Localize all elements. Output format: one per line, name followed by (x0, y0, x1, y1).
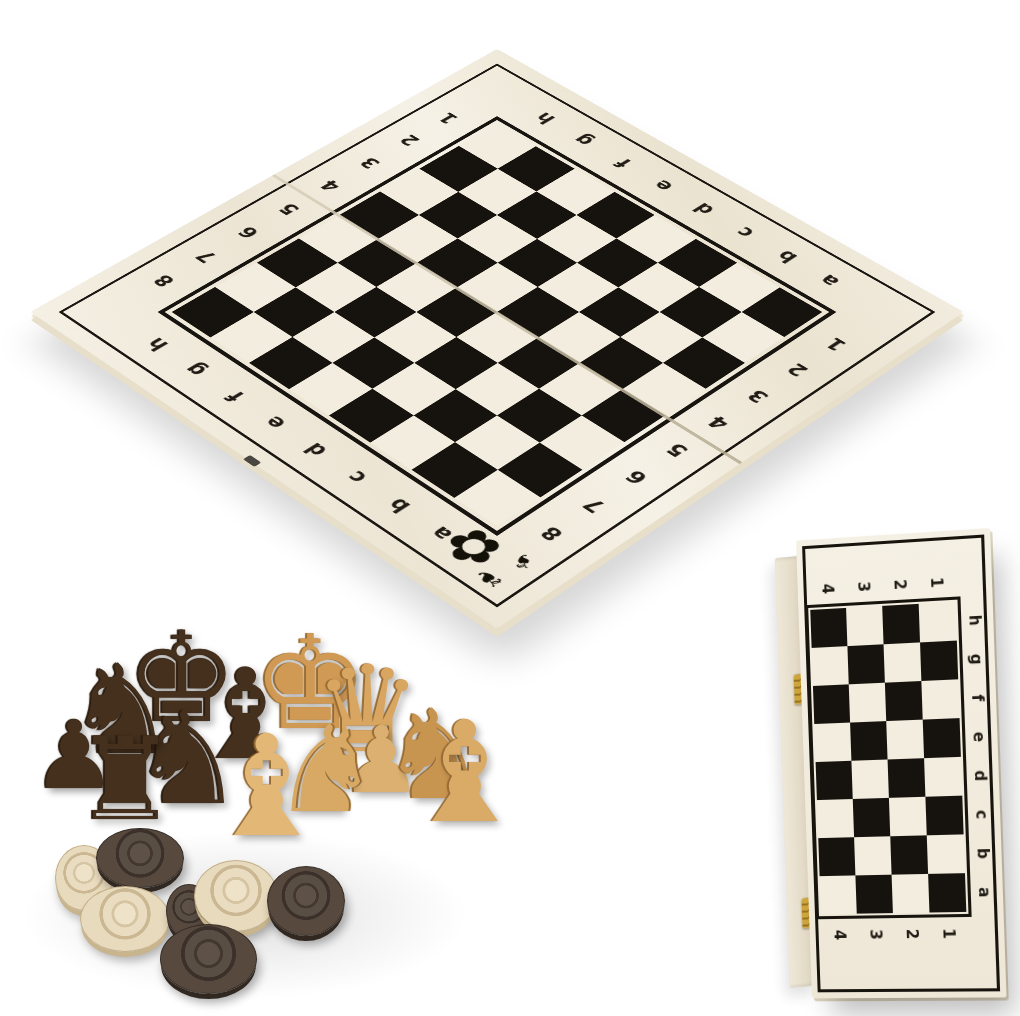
folded-board-grid (810, 602, 966, 914)
folded-square-e4 (814, 723, 851, 762)
folded-square-f3 (849, 683, 886, 723)
folded-square-h1 (919, 602, 957, 643)
folded-square-c4 (817, 799, 854, 838)
folded-square-f1 (921, 679, 959, 719)
folded-square-a1 (928, 873, 966, 912)
folded-coord-bottom-2: 2 (903, 929, 922, 940)
folded-square-b4 (818, 837, 855, 876)
folded-square-g2 (884, 642, 922, 682)
folded-coord-right-h: h (965, 614, 984, 626)
checker-dark (267, 866, 345, 936)
folded-coord-right-e: e (969, 731, 988, 742)
folded-square-b3 (854, 836, 892, 875)
folded-coord-right-d: d (971, 770, 990, 782)
folded-square-g3 (847, 644, 884, 684)
folded-square-d1 (924, 757, 962, 797)
checker-dark (96, 828, 184, 888)
checker-dark (160, 924, 257, 994)
folded-square-a4 (820, 875, 857, 914)
folded-square-h3 (846, 606, 883, 646)
piece-light-bishop: ♝ (402, 703, 528, 843)
folded-coord-right-c: c (972, 810, 991, 820)
folded-coord-bottom-1: 1 (939, 928, 958, 939)
folded-coord-top-4: 4 (818, 583, 836, 595)
main-board-grid (172, 124, 823, 526)
folded-square-a2 (892, 874, 930, 913)
folded-square-b2 (890, 835, 928, 874)
leaf-icon: ❧ (505, 551, 541, 572)
folded-coord-right-a: a (975, 887, 994, 898)
main-board-perspective-wrap: 8765432187654321hgfedcbahgfedcba ✿ ❧ ❧ (167, 0, 827, 642)
folded-square-a3 (855, 875, 893, 914)
folded-square-h2 (882, 604, 920, 644)
folded-square-f2 (885, 681, 923, 721)
folded-square-f4 (813, 684, 850, 724)
folded-board: 43214321hgfedcba (744, 534, 1006, 1004)
folded-square-g4 (812, 646, 849, 686)
clasp-hook (243, 455, 261, 467)
folded-coord-top-1: 1 (927, 577, 946, 589)
folded-coord-right-g: g (967, 653, 986, 665)
piece-dark-rook: ♜ (74, 722, 177, 837)
folded-square-b1 (927, 834, 965, 874)
piece-light-bishop: ♝ (204, 717, 330, 857)
checker-light (80, 886, 170, 952)
folded-square-e3 (850, 721, 887, 761)
folded-square-d2 (888, 758, 926, 798)
checker-light (194, 860, 278, 932)
folded-coord-top-2: 2 (890, 579, 909, 591)
folded-square-c3 (853, 798, 891, 837)
folded-coord-right-b: b (973, 848, 992, 859)
folded-square-g1 (920, 641, 958, 681)
folded-square-h4 (810, 608, 847, 648)
folded-square-c1 (925, 796, 963, 836)
folded-square-c2 (889, 797, 927, 837)
folded-coord-top-3: 3 (854, 581, 872, 593)
folded-coord-bottom-3: 3 (866, 929, 884, 940)
folded-coord-right-f: f (968, 694, 987, 701)
folded-board-face: 43214321hgfedcba (796, 528, 1007, 998)
folded-square-d3 (851, 759, 888, 799)
folded-square-d4 (816, 761, 853, 800)
product-photo: 8765432187654321hgfedcbahgfedcba ✿ ❧ ❧ ♚… (0, 0, 1020, 1016)
folded-square-e1 (923, 718, 961, 758)
folded-coord-bottom-4: 4 (830, 930, 848, 941)
folded-square-e2 (886, 720, 924, 760)
